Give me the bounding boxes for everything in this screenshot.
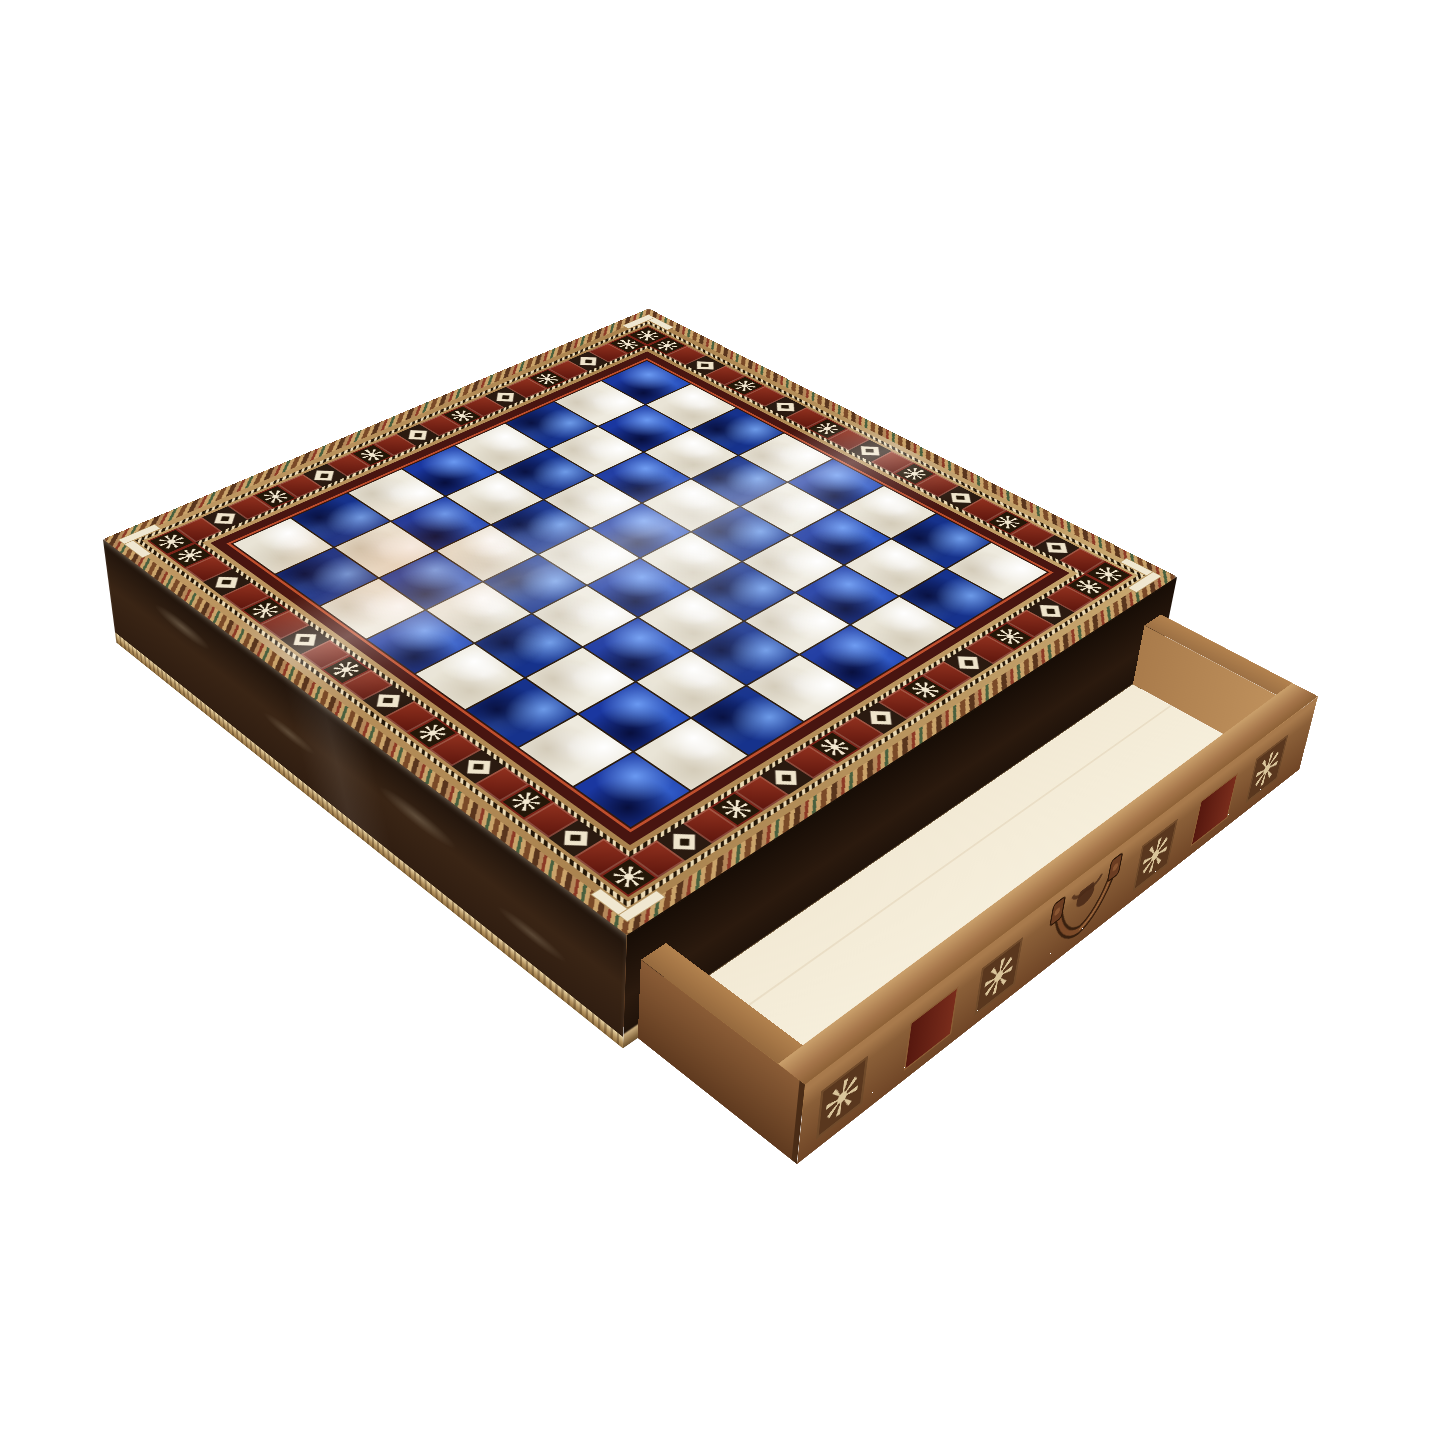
chessboard-box — [103, 309, 1177, 936]
product-photo — [0, 0, 1440, 1440]
